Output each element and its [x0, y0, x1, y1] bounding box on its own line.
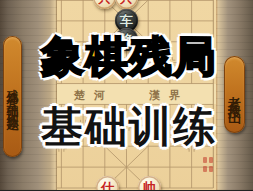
watermark-seal	[203, 157, 214, 173]
river-label-chu: 楚河	[74, 88, 114, 103]
main-title: 象棋残局	[0, 36, 253, 78]
subtitle: 基础训练	[0, 106, 253, 148]
river-labels: 楚河 漢界	[57, 88, 216, 102]
piece-red-soldier-right[interactable]: 兵	[115, 0, 138, 9]
piece-glyph: 兵	[115, 0, 138, 9]
piece-red-soldier-left[interactable]: 兵	[93, 0, 116, 9]
piece-red-advisor[interactable]: 仕	[96, 176, 119, 191]
left-banner-label: 残局基础训练题	[7, 79, 19, 114]
left-banner: 残局基础训练题	[3, 36, 22, 157]
piece-glyph: 帅	[138, 176, 161, 191]
piece-glyph: 兵	[93, 0, 116, 9]
app-screen: 楚河 漢界 兵兵车将仕帅 象棋残局 基础训练 残局基础训练题 老兵搜山	[0, 0, 253, 190]
piece-red-marshal[interactable]: 帅	[138, 176, 161, 191]
right-banner-label: 老兵搜山	[228, 85, 241, 105]
xiangqi-board[interactable]: 楚河 漢界 兵兵车将仕帅	[57, 0, 216, 190]
river-label-han: 漢界	[149, 88, 189, 103]
piece-glyph: 仕	[96, 176, 119, 191]
right-banner: 老兵搜山	[224, 56, 245, 133]
